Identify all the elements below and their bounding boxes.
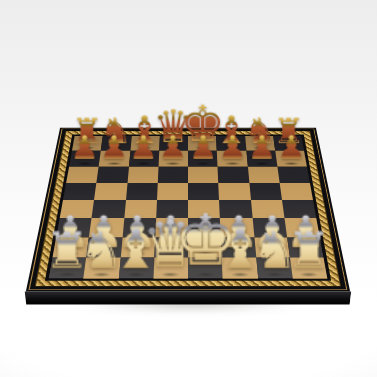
black-pawn-e7[interactable]: ♟	[188, 132, 217, 164]
square-f5[interactable]	[218, 183, 250, 200]
square-a7[interactable]: ♟	[69, 151, 101, 167]
black-pawn-a7[interactable]: ♟	[70, 132, 99, 164]
square-g5[interactable]	[249, 183, 282, 200]
square-c7[interactable]: ♟	[129, 151, 159, 167]
black-pawn-g7[interactable]: ♟	[248, 132, 277, 164]
square-e5[interactable]	[188, 183, 219, 200]
black-pawn-b7[interactable]: ♟	[99, 132, 128, 164]
square-f6[interactable]	[218, 166, 249, 182]
square-d5[interactable]	[157, 183, 188, 200]
black-pawn-f7[interactable]: ♟	[218, 132, 247, 164]
square-h7[interactable]: ♟	[275, 151, 307, 167]
white-rook-h1[interactable]: ♜	[287, 226, 332, 276]
photo-scene: ♜♞♝♛♚♝♞♜♟♟♟♟♟♟♟♟♟♟♟♟♟♟♟♟♜♞♝♛♚♝♞♜	[0, 0, 377, 377]
square-h5[interactable]	[279, 183, 313, 200]
board-top-face: ♜♞♝♛♚♝♞♜♟♟♟♟♟♟♟♟♟♟♟♟♟♟♟♟♜♞♝♛♚♝♞♜	[26, 128, 350, 292]
squares-grid: ♜♞♝♛♚♝♞♜♟♟♟♟♟♟♟♟♟♟♟♟♟♟♟♟♜♞♝♛♚♝♞♜	[49, 136, 328, 279]
square-a6[interactable]	[66, 166, 99, 182]
square-f7[interactable]: ♟	[217, 151, 247, 167]
chess-board: ♜♞♝♛♚♝♞♜♟♟♟♟♟♟♟♟♟♟♟♟♟♟♟♟♜♞♝♛♚♝♞♜	[26, 128, 350, 292]
square-a5[interactable]	[63, 183, 97, 200]
perspective-wrapper: ♜♞♝♛♚♝♞♜♟♟♟♟♟♟♟♟♟♟♟♟♟♟♟♟♜♞♝♛♚♝♞♜	[0, 0, 377, 377]
square-d6[interactable]	[158, 166, 188, 182]
square-c5[interactable]	[126, 183, 158, 200]
square-h6[interactable]	[277, 166, 310, 182]
board-front-edge	[25, 292, 352, 305]
black-pawn-h7[interactable]: ♟	[277, 132, 306, 164]
black-pawn-c7[interactable]: ♟	[129, 132, 158, 164]
square-e6[interactable]	[188, 166, 218, 182]
square-g7[interactable]: ♟	[246, 151, 277, 167]
square-d7[interactable]: ♟	[158, 151, 188, 167]
square-b7[interactable]: ♟	[99, 151, 130, 167]
square-b5[interactable]	[94, 183, 127, 200]
square-e7[interactable]: ♟	[188, 151, 218, 167]
square-h1[interactable]: ♜	[290, 257, 328, 278]
square-c6[interactable]	[127, 166, 158, 182]
square-b6[interactable]	[97, 166, 129, 182]
black-pawn-d7[interactable]: ♟	[159, 132, 188, 164]
square-g6[interactable]	[247, 166, 279, 182]
